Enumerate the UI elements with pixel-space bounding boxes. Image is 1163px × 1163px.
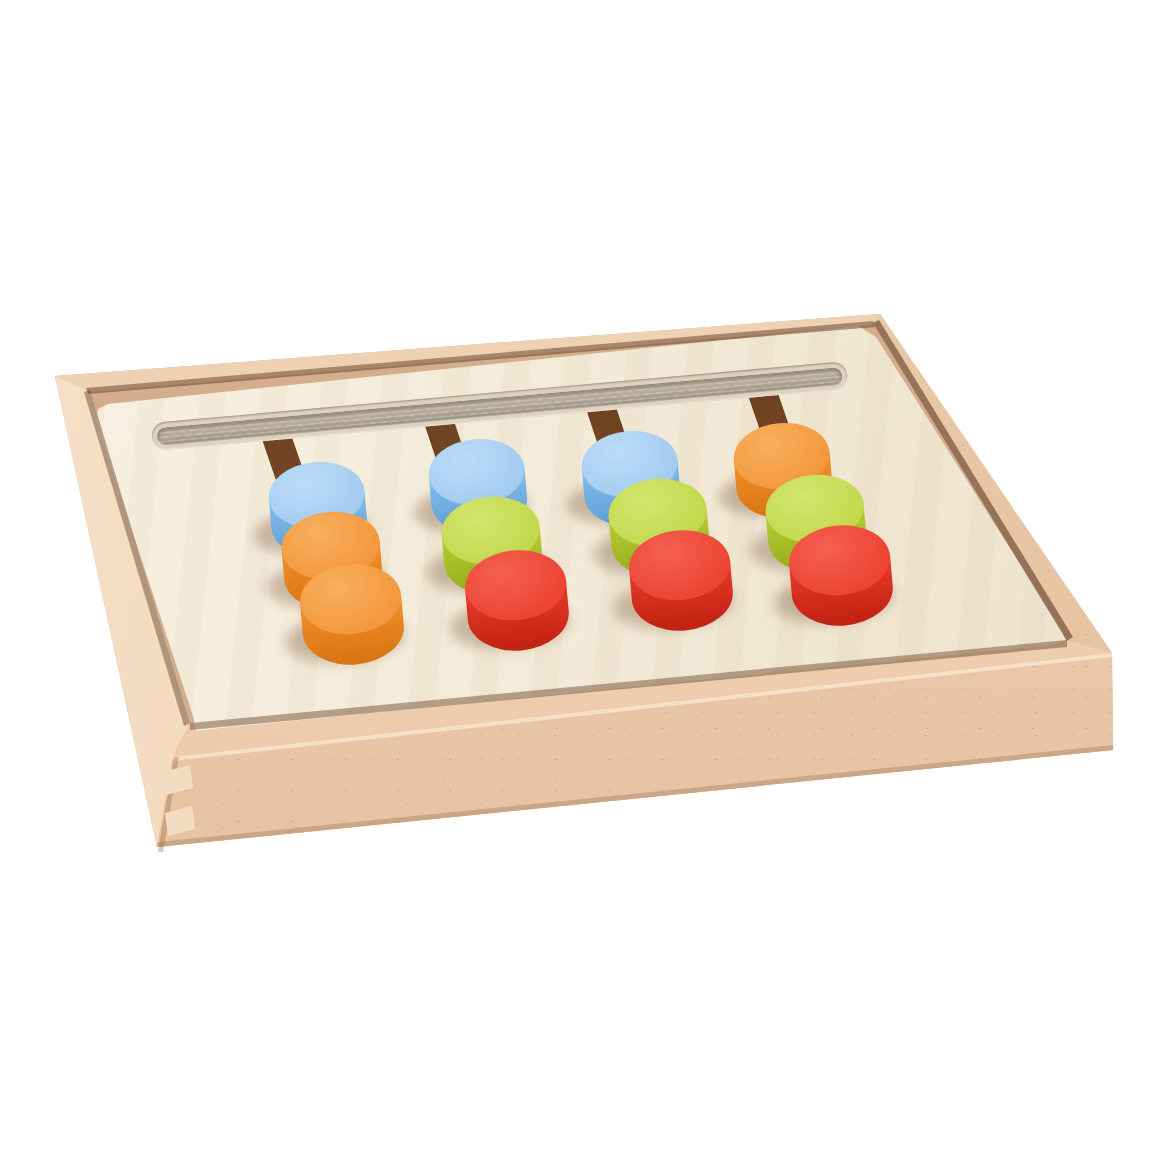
disc-red-col4-row3[interactable] [786,521,896,631]
disc-red-col3-row3[interactable] [626,526,736,636]
disc-orange-col1-row3[interactable] [297,560,407,670]
wooden-tray-scene [0,0,1163,1163]
disc-red-col2-row3[interactable] [462,546,572,656]
pieces-layer [0,0,1163,1163]
